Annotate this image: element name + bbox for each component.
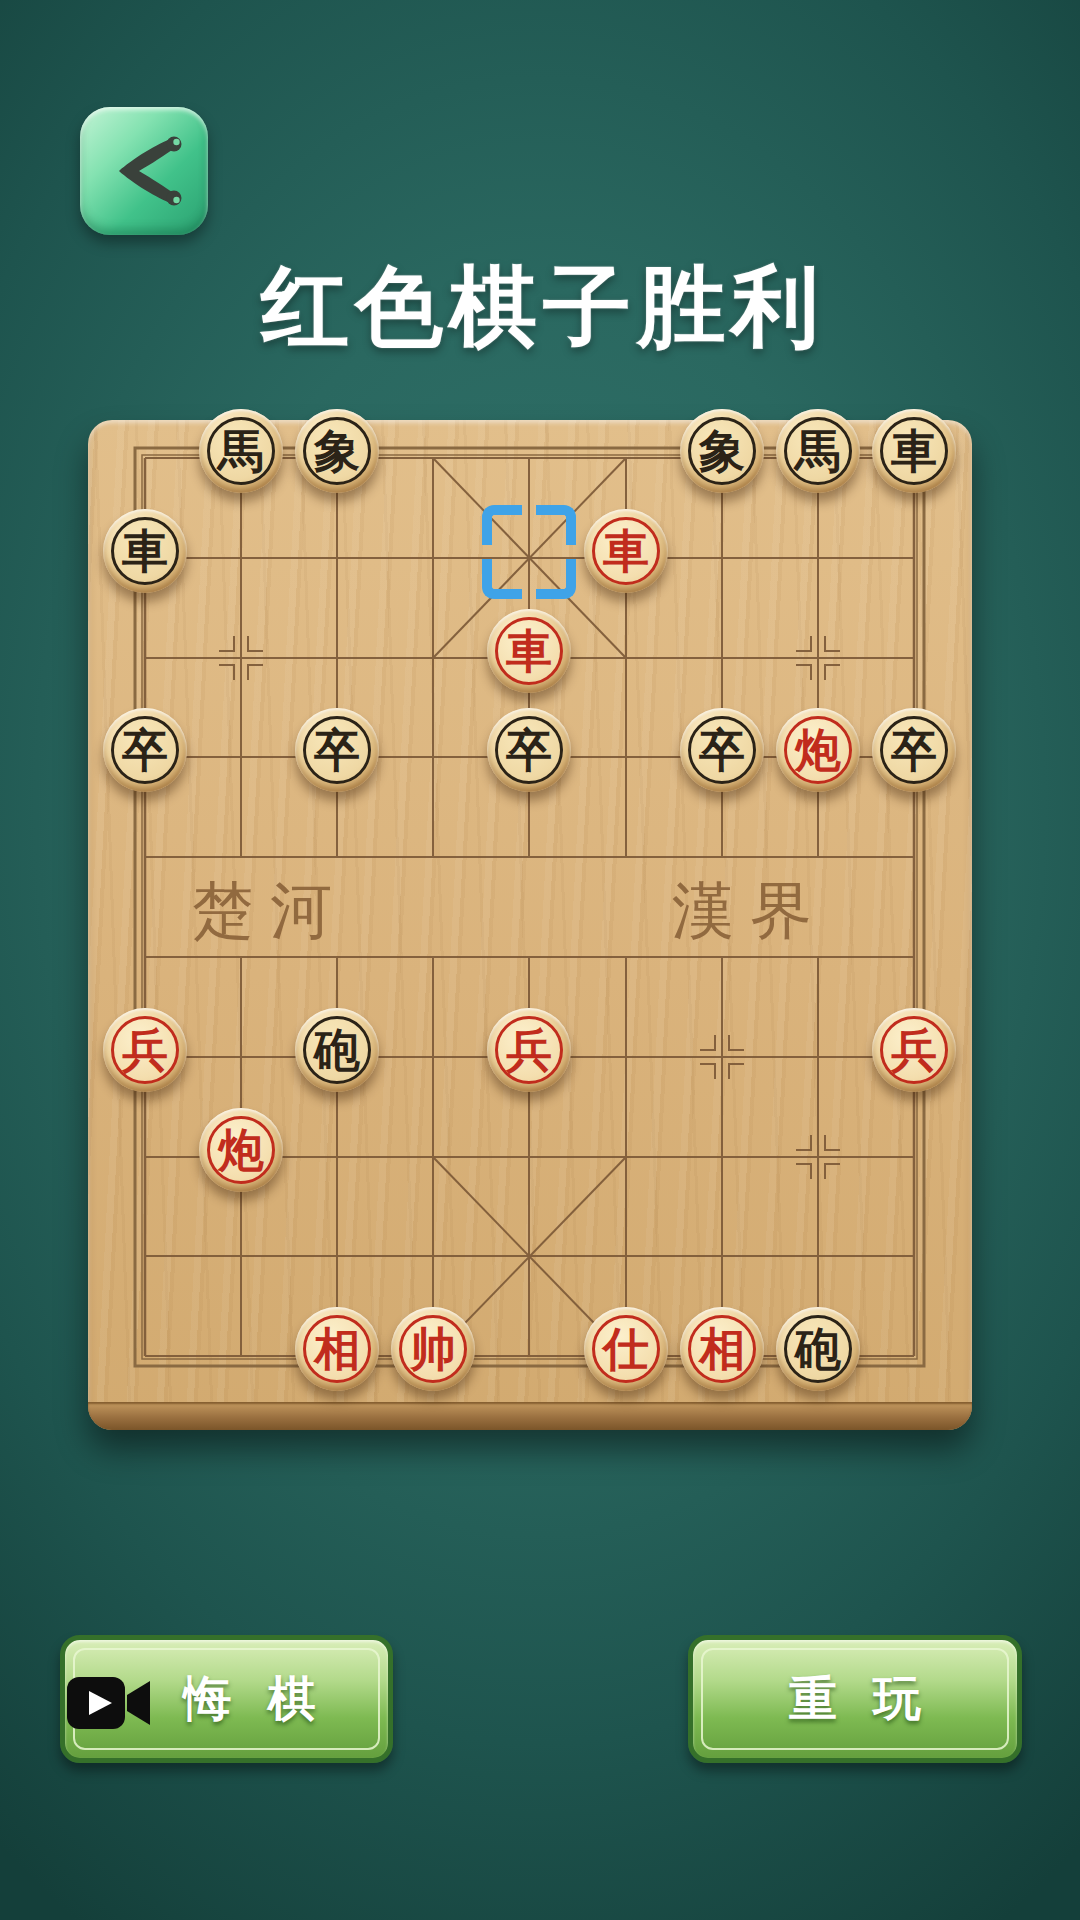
piece-black-卒[interactable]: 卒 bbox=[680, 708, 764, 792]
piece-black-象[interactable]: 象 bbox=[680, 409, 764, 493]
piece-red-兵[interactable]: 兵 bbox=[872, 1008, 956, 1092]
piece-black-卒[interactable]: 卒 bbox=[103, 708, 187, 792]
river-label-right: 漢界 bbox=[672, 874, 828, 947]
piece-black-馬[interactable]: 馬 bbox=[199, 409, 283, 493]
back-button[interactable] bbox=[80, 107, 208, 235]
piece-label: 卒 bbox=[495, 716, 563, 784]
piece-red-仕[interactable]: 仕 bbox=[584, 1307, 668, 1391]
river-label-left: 楚河 bbox=[192, 874, 348, 947]
piece-label: 卒 bbox=[303, 716, 371, 784]
piece-black-卒[interactable]: 卒 bbox=[295, 708, 379, 792]
piece-label: 相 bbox=[303, 1315, 371, 1383]
piece-label: 仕 bbox=[592, 1315, 660, 1383]
result-title: 红色棋子胜利 bbox=[3, 248, 1080, 367]
piece-black-砲[interactable]: 砲 bbox=[776, 1307, 860, 1391]
piece-label: 砲 bbox=[303, 1016, 371, 1084]
board-front-edge bbox=[88, 1402, 972, 1430]
piece-black-車[interactable]: 車 bbox=[103, 509, 187, 593]
piece-black-卒[interactable]: 卒 bbox=[872, 708, 956, 792]
piece-label: 兵 bbox=[111, 1016, 179, 1084]
back-arrow-icon bbox=[94, 121, 194, 221]
piece-red-相[interactable]: 相 bbox=[680, 1307, 764, 1391]
piece-label: 卒 bbox=[688, 716, 756, 784]
piece-red-炮[interactable]: 炮 bbox=[776, 708, 860, 792]
piece-label: 車 bbox=[111, 517, 179, 585]
video-camera-icon bbox=[67, 1670, 151, 1736]
piece-red-車[interactable]: 車 bbox=[584, 509, 668, 593]
piece-red-車[interactable]: 車 bbox=[487, 609, 571, 693]
piece-red-兵[interactable]: 兵 bbox=[103, 1008, 187, 1092]
piece-red-帅[interactable]: 帅 bbox=[391, 1307, 475, 1391]
replay-button[interactable]: 重玩 bbox=[688, 1635, 1022, 1763]
undo-button-label: 悔棋 bbox=[148, 1667, 352, 1731]
piece-label: 馬 bbox=[784, 417, 852, 485]
piece-label: 帅 bbox=[399, 1315, 467, 1383]
replay-button-label: 重玩 bbox=[753, 1667, 957, 1731]
piece-label: 象 bbox=[688, 417, 756, 485]
piece-label: 兵 bbox=[880, 1016, 948, 1084]
piece-red-相[interactable]: 相 bbox=[295, 1307, 379, 1391]
piece-red-炮[interactable]: 炮 bbox=[199, 1108, 283, 1192]
undo-move-button[interactable]: 悔棋 bbox=[60, 1635, 393, 1763]
piece-black-馬[interactable]: 馬 bbox=[776, 409, 860, 493]
piece-black-砲[interactable]: 砲 bbox=[295, 1008, 379, 1092]
piece-label: 車 bbox=[495, 617, 563, 685]
piece-label: 卒 bbox=[880, 716, 948, 784]
piece-red-兵[interactable]: 兵 bbox=[487, 1008, 571, 1092]
piece-label: 馬 bbox=[207, 417, 275, 485]
piece-label: 兵 bbox=[495, 1016, 563, 1084]
game-screen: 红色棋子胜利 楚河 漢界 馬象象馬車車車車卒卒卒卒炮卒兵砲兵兵炮相帅仕相砲 悔棋… bbox=[0, 0, 1080, 1920]
piece-label: 象 bbox=[303, 417, 371, 485]
piece-black-象[interactable]: 象 bbox=[295, 409, 379, 493]
piece-label: 炮 bbox=[784, 716, 852, 784]
piece-label: 砲 bbox=[784, 1315, 852, 1383]
piece-black-車[interactable]: 車 bbox=[872, 409, 956, 493]
board-grid: 楚河 漢界 bbox=[88, 420, 972, 1430]
piece-black-卒[interactable]: 卒 bbox=[487, 708, 571, 792]
piece-label: 炮 bbox=[207, 1116, 275, 1184]
xiangqi-board[interactable]: 楚河 漢界 bbox=[88, 420, 972, 1430]
piece-label: 車 bbox=[592, 517, 660, 585]
piece-label: 卒 bbox=[111, 716, 179, 784]
piece-label: 相 bbox=[688, 1315, 756, 1383]
piece-label: 車 bbox=[880, 417, 948, 485]
